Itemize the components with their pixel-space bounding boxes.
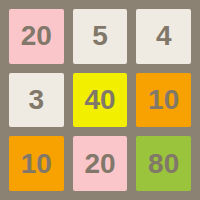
tile-r0c0: 20	[9, 9, 64, 64]
tile-r2c2: 80	[136, 136, 191, 191]
puzzle-board[interactable]: 20 5 4 3 40 10 10 20 80	[0, 0, 200, 200]
tile-r0c2: 4	[136, 9, 191, 64]
tile-r0c1: 5	[73, 9, 128, 64]
tile-r2c0: 10	[9, 136, 64, 191]
tile-r1c0: 3	[9, 73, 64, 128]
tile-r2c1: 20	[73, 136, 128, 191]
tile-r1c2: 10	[136, 73, 191, 128]
tile-r1c1: 40	[73, 73, 128, 128]
